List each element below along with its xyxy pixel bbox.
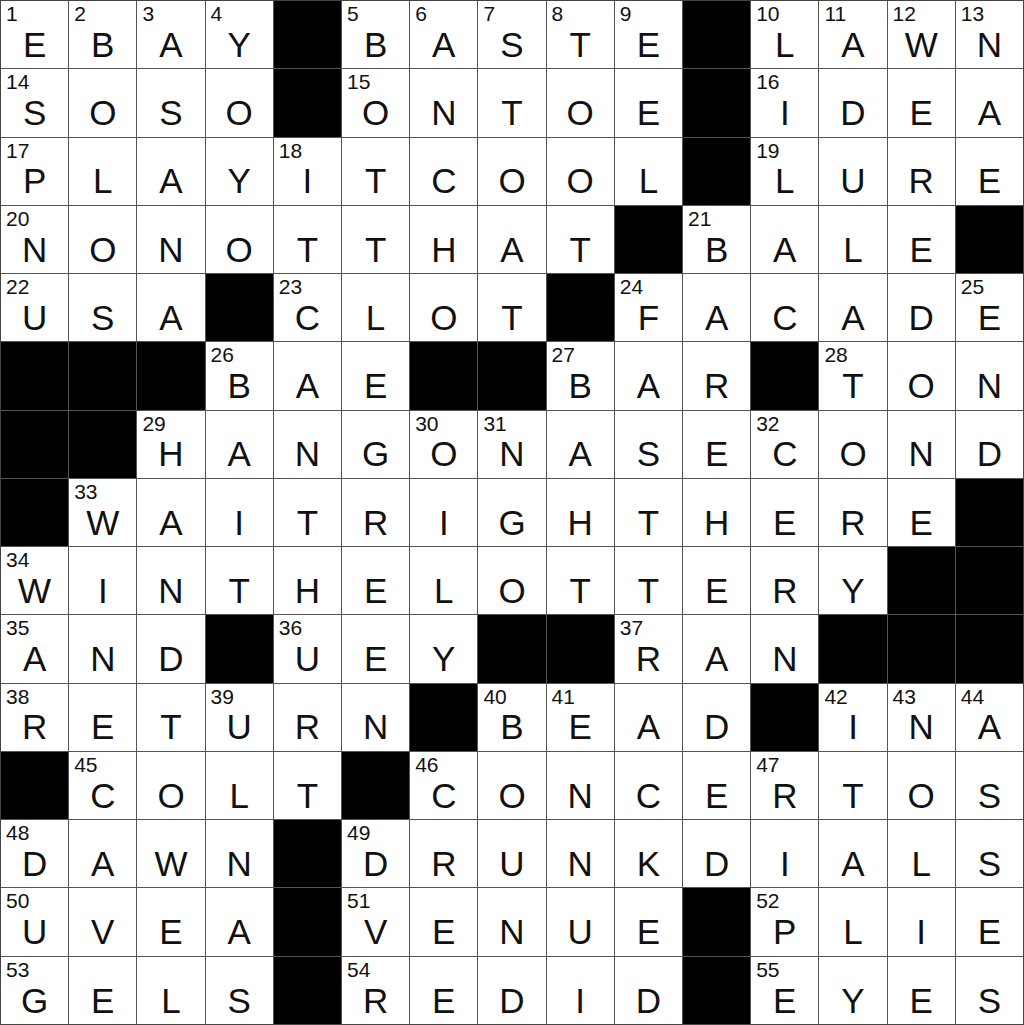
letter-cell[interactable]: A [547, 411, 614, 478]
cell-letter: N [137, 231, 204, 270]
letter-cell[interactable]: R [274, 684, 341, 751]
cell-letter: R [888, 162, 955, 201]
letter-cell[interactable]: 41E [547, 684, 614, 751]
cell-letter: S [206, 982, 273, 1021]
letter-cell[interactable]: N [888, 411, 955, 478]
letter-cell[interactable]: E [69, 957, 136, 1024]
letter-cell[interactable]: 34W [1, 547, 68, 614]
letter-cell[interactable]: E [342, 615, 409, 682]
cell-letter: I [206, 504, 273, 543]
cell-letter: A [206, 913, 273, 952]
letter-cell[interactable]: E [69, 684, 136, 751]
letter-cell[interactable]: 27B [547, 342, 614, 409]
letter-cell[interactable]: E [888, 479, 955, 546]
letter-cell[interactable]: O [69, 69, 136, 136]
letter-cell[interactable]: N [547, 752, 614, 819]
letter-cell[interactable]: R [410, 820, 477, 887]
letter-cell[interactable]: T [206, 547, 273, 614]
cell-letter: O [410, 435, 477, 474]
letter-cell[interactable]: T [478, 274, 545, 341]
letter-cell[interactable]: O [888, 752, 955, 819]
cell-letter: T [274, 504, 341, 543]
letter-cell[interactable]: 18I [274, 138, 341, 205]
letter-cell[interactable]: E [888, 957, 955, 1024]
letter-cell[interactable]: D [956, 411, 1023, 478]
letter-cell[interactable]: O [69, 206, 136, 273]
letter-cell[interactable]: T [478, 69, 545, 136]
letter-cell[interactable]: O [819, 411, 886, 478]
letter-cell[interactable]: O [137, 752, 204, 819]
letter-cell[interactable]: E [410, 957, 477, 1024]
cell-letter: K [615, 845, 682, 884]
letter-cell[interactable]: I [888, 888, 955, 955]
letter-cell[interactable]: D [478, 957, 545, 1024]
cell-letter: U [547, 913, 614, 952]
letter-cell[interactable]: D [683, 684, 750, 751]
letter-cell[interactable]: 26B [206, 342, 273, 409]
letter-cell[interactable]: 35A [1, 615, 68, 682]
clue-number: 23 [279, 276, 302, 298]
cell-letter: D [956, 435, 1023, 474]
letter-cell[interactable]: L [888, 820, 955, 887]
clue-number: 37 [620, 617, 643, 639]
letter-cell[interactable]: A [478, 206, 545, 273]
letter-cell[interactable]: E [956, 888, 1023, 955]
cell-letter: L [342, 299, 409, 338]
letter-cell[interactable]: 30O [410, 411, 477, 478]
letter-cell[interactable]: H [410, 206, 477, 273]
cell-letter: N [956, 26, 1023, 65]
letter-cell[interactable]: 14S [1, 69, 68, 136]
letter-cell[interactable]: T [547, 206, 614, 273]
letter-cell[interactable]: 32C [751, 411, 818, 478]
letter-cell[interactable]: 28T [819, 342, 886, 409]
cell-letter: I [274, 162, 341, 201]
letter-cell[interactable]: L [342, 274, 409, 341]
cell-letter: A [683, 299, 750, 338]
letter-cell[interactable]: D [137, 615, 204, 682]
letter-cell[interactable]: Y [819, 957, 886, 1024]
cell-letter: B [206, 367, 273, 406]
cell-letter: S [615, 435, 682, 474]
letter-cell[interactable]: C [751, 274, 818, 341]
cell-letter: N [1, 231, 68, 270]
letter-cell[interactable]: 20N [1, 206, 68, 273]
letter-cell[interactable]: A [819, 820, 886, 887]
letter-cell[interactable]: 7S [478, 1, 545, 68]
letter-cell[interactable]: E [683, 411, 750, 478]
block-cell [683, 138, 750, 205]
letter-cell[interactable]: S [956, 820, 1023, 887]
letter-cell[interactable]: E [683, 547, 750, 614]
letter-cell[interactable]: 47R [751, 752, 818, 819]
letter-cell[interactable]: U [547, 888, 614, 955]
letter-cell[interactable]: E [410, 888, 477, 955]
letter-cell[interactable]: O [478, 752, 545, 819]
cell-letter: E [547, 708, 614, 747]
letter-cell[interactable]: 22U [1, 274, 68, 341]
clue-number: 52 [756, 890, 779, 912]
cell-letter: O [888, 777, 955, 816]
cell-letter: E [683, 435, 750, 474]
letter-cell[interactable]: 4Y [206, 1, 273, 68]
clue-number: 54 [347, 959, 370, 981]
cell-letter: L [751, 162, 818, 201]
cell-letter: E [888, 231, 955, 270]
letter-cell[interactable]: 10L [751, 1, 818, 68]
cell-letter: U [274, 640, 341, 679]
letter-cell[interactable]: O [478, 138, 545, 205]
letter-cell[interactable]: T [137, 684, 204, 751]
letter-cell[interactable]: 19L [751, 138, 818, 205]
letter-cell[interactable]: L [206, 752, 273, 819]
letter-cell[interactable]: A [615, 342, 682, 409]
letter-cell[interactable]: L [819, 888, 886, 955]
clue-number: 17 [6, 140, 29, 162]
cell-letter: A [819, 299, 886, 338]
block-cell [683, 69, 750, 136]
letter-cell[interactable]: T [274, 752, 341, 819]
letter-cell[interactable]: 6A [410, 1, 477, 68]
letter-cell[interactable]: G [478, 479, 545, 546]
letter-cell[interactable]: L [69, 138, 136, 205]
cell-letter: O [206, 231, 273, 270]
cell-letter: L [819, 913, 886, 952]
letter-cell[interactable]: U [478, 820, 545, 887]
block-cell [956, 547, 1023, 614]
letter-cell[interactable]: Y [819, 547, 886, 614]
letter-cell[interactable]: A [137, 479, 204, 546]
clue-number: 16 [756, 71, 779, 93]
letter-cell[interactable]: 50U [1, 888, 68, 955]
clue-number: 12 [893, 3, 916, 25]
cell-letter: G [342, 435, 409, 474]
letter-cell[interactable]: L [615, 138, 682, 205]
letter-cell[interactable]: T [547, 547, 614, 614]
cell-letter: S [1, 94, 68, 133]
block-cell [274, 1, 341, 68]
letter-cell[interactable]: Y [410, 615, 477, 682]
block-cell [478, 615, 545, 682]
letter-cell[interactable]: A [956, 69, 1023, 136]
letter-cell[interactable]: H [274, 547, 341, 614]
cell-letter: T [206, 572, 273, 611]
letter-cell[interactable]: L [819, 206, 886, 273]
letter-cell[interactable]: T [342, 206, 409, 273]
letter-cell[interactable]: S [956, 957, 1023, 1024]
block-cell [547, 274, 614, 341]
letter-cell[interactable]: D [683, 820, 750, 887]
letter-cell[interactable]: N [410, 69, 477, 136]
letter-cell[interactable]: A [683, 615, 750, 682]
letter-cell[interactable]: 9E [615, 1, 682, 68]
cell-letter: T [547, 231, 614, 270]
letter-cell[interactable]: N [274, 411, 341, 478]
cell-letter: A [69, 845, 136, 884]
block-cell [1, 342, 68, 409]
cell-letter: R [1, 708, 68, 747]
letter-cell[interactable]: C [410, 138, 477, 205]
letter-cell[interactable]: 39U [206, 684, 273, 751]
letter-cell[interactable]: N [956, 342, 1023, 409]
letter-cell[interactable]: S [137, 69, 204, 136]
letter-cell[interactable]: E [615, 69, 682, 136]
letter-cell[interactable]: S [615, 411, 682, 478]
letter-cell[interactable]: T [819, 752, 886, 819]
clue-number: 38 [6, 686, 29, 708]
letter-cell[interactable]: O [888, 342, 955, 409]
letter-cell[interactable]: 5B [342, 1, 409, 68]
letter-cell[interactable]: O [547, 69, 614, 136]
letter-cell[interactable]: 21B [683, 206, 750, 273]
clue-number: 11 [824, 3, 846, 25]
cell-letter: S [137, 94, 204, 133]
letter-cell[interactable]: 15O [342, 69, 409, 136]
letter-cell[interactable]: 16I [751, 69, 818, 136]
cell-letter: L [206, 777, 273, 816]
letter-cell[interactable]: E [137, 888, 204, 955]
cell-letter: O [888, 367, 955, 406]
letter-cell[interactable]: A [274, 342, 341, 409]
letter-cell[interactable]: O [206, 69, 273, 136]
letter-cell[interactable]: E [342, 547, 409, 614]
cell-letter: E [751, 504, 818, 543]
cell-letter: O [69, 94, 136, 133]
letter-cell[interactable]: 49D [342, 820, 409, 887]
cell-letter: N [137, 572, 204, 611]
letter-cell[interactable]: D [615, 957, 682, 1024]
letter-cell[interactable]: N [342, 684, 409, 751]
letter-cell[interactable]: E [615, 888, 682, 955]
letter-cell[interactable]: 11A [819, 1, 886, 68]
letter-cell[interactable]: K [615, 820, 682, 887]
letter-cell[interactable]: 55E [751, 957, 818, 1024]
letter-cell[interactable]: 52P [751, 888, 818, 955]
letter-cell[interactable]: N [206, 820, 273, 887]
letter-cell[interactable]: O [410, 274, 477, 341]
letter-cell[interactable]: 8T [547, 1, 614, 68]
letter-cell[interactable]: 12W [888, 1, 955, 68]
clue-number: 5 [347, 3, 359, 25]
clue-number: 51 [347, 890, 370, 912]
letter-cell[interactable]: R [342, 479, 409, 546]
cell-letter: C [69, 777, 136, 816]
letter-cell[interactable]: R [888, 138, 955, 205]
cell-letter: Y [819, 982, 886, 1021]
letter-cell[interactable]: A [615, 684, 682, 751]
block-cell [1, 411, 68, 478]
letter-cell[interactable]: 33W [69, 479, 136, 546]
letter-cell[interactable]: 38R [1, 684, 68, 751]
letter-cell[interactable]: R [751, 547, 818, 614]
cell-letter: S [956, 777, 1023, 816]
cell-letter: R [274, 708, 341, 747]
letter-cell[interactable]: 13N [956, 1, 1023, 68]
letter-cell[interactable]: 44A [956, 684, 1023, 751]
letter-cell[interactable]: 43N [888, 684, 955, 751]
cell-letter: E [956, 162, 1023, 201]
letter-cell[interactable]: 25E [956, 274, 1023, 341]
cell-letter: H [547, 504, 614, 543]
letter-cell[interactable]: 53G [1, 957, 68, 1024]
letter-cell[interactable]: 51V [342, 888, 409, 955]
letter-cell[interactable]: A [819, 274, 886, 341]
block-cell [274, 888, 341, 955]
letter-cell[interactable]: G [342, 411, 409, 478]
cell-letter: N [956, 367, 1023, 406]
letter-cell[interactable]: I [751, 820, 818, 887]
cell-letter: O [206, 94, 273, 133]
letter-cell[interactable]: S [69, 274, 136, 341]
block-cell [547, 615, 614, 682]
letter-cell[interactable]: N [547, 820, 614, 887]
letter-cell[interactable]: 45C [69, 752, 136, 819]
letter-cell[interactable]: C [615, 752, 682, 819]
letter-cell[interactable]: R [683, 342, 750, 409]
cell-letter: T [615, 504, 682, 543]
clue-number: 39 [211, 686, 234, 708]
letter-cell[interactable]: A [137, 138, 204, 205]
cell-letter: I [751, 94, 818, 133]
letter-cell[interactable]: 48D [1, 820, 68, 887]
letter-cell[interactable]: S [206, 957, 273, 1024]
letter-cell[interactable]: E [956, 138, 1023, 205]
letter-cell[interactable]: I [69, 547, 136, 614]
letter-cell[interactable]: E [342, 342, 409, 409]
clue-number: 34 [6, 549, 29, 571]
letter-cell[interactable]: 46C [410, 752, 477, 819]
letter-cell[interactable]: N [137, 206, 204, 273]
cell-letter: T [615, 572, 682, 611]
cell-letter: N [274, 435, 341, 474]
cell-letter: E [342, 367, 409, 406]
letter-cell[interactable]: 23C [274, 274, 341, 341]
letter-cell[interactable]: A [69, 820, 136, 887]
clue-number: 28 [824, 344, 847, 366]
letter-cell[interactable]: A [206, 888, 273, 955]
cell-letter: A [819, 845, 886, 884]
cell-letter: Y [819, 572, 886, 611]
letter-cell[interactable]: U [819, 138, 886, 205]
cell-letter: V [342, 913, 409, 952]
letter-cell[interactable]: 29H [137, 411, 204, 478]
letter-cell[interactable]: 3A [137, 1, 204, 68]
cell-letter: R [683, 367, 750, 406]
letter-cell[interactable]: 2B [69, 1, 136, 68]
cell-letter: N [751, 640, 818, 679]
letter-cell[interactable]: 54R [342, 957, 409, 1024]
letter-cell[interactable]: T [274, 479, 341, 546]
letter-cell[interactable]: L [137, 957, 204, 1024]
clue-number: 48 [6, 822, 29, 844]
letter-cell[interactable]: N [751, 615, 818, 682]
letter-cell[interactable]: T [615, 547, 682, 614]
letter-cell[interactable]: O [206, 206, 273, 273]
letter-cell[interactable]: E [683, 752, 750, 819]
letter-cell[interactable]: 31N [478, 411, 545, 478]
cell-letter: O [547, 94, 614, 133]
letter-cell[interactable]: D [819, 69, 886, 136]
letter-cell[interactable]: E [751, 479, 818, 546]
cell-letter: R [615, 640, 682, 679]
clue-number: 6 [415, 3, 427, 25]
letter-cell[interactable]: T [342, 138, 409, 205]
letter-cell[interactable]: V [69, 888, 136, 955]
letter-cell[interactable]: T [615, 479, 682, 546]
letter-cell[interactable]: 24F [615, 274, 682, 341]
cell-letter: C [274, 299, 341, 338]
letter-cell[interactable]: 40B [478, 684, 545, 751]
cell-letter: A [751, 231, 818, 270]
letter-cell[interactable]: I [410, 479, 477, 546]
letter-cell[interactable]: W [137, 820, 204, 887]
clue-number: 7 [483, 3, 495, 25]
cell-letter: B [342, 26, 409, 65]
clue-number: 27 [552, 344, 575, 366]
block-cell [888, 547, 955, 614]
block-cell [478, 342, 545, 409]
cell-letter: N [478, 913, 545, 952]
letter-cell[interactable]: I [547, 957, 614, 1024]
cell-letter: O [137, 777, 204, 816]
cell-letter: H [683, 504, 750, 543]
letter-cell[interactable]: N [69, 615, 136, 682]
letter-cell[interactable]: H [683, 479, 750, 546]
letter-cell[interactable]: L [410, 547, 477, 614]
cell-letter: T [819, 367, 886, 406]
letter-cell[interactable]: A [137, 274, 204, 341]
cell-letter: E [69, 708, 136, 747]
cell-letter: U [1, 913, 68, 952]
block-cell [69, 411, 136, 478]
letter-cell[interactable]: 37R [615, 615, 682, 682]
cell-letter: E [956, 913, 1023, 952]
cell-letter: L [615, 162, 682, 201]
letter-cell[interactable]: S [956, 752, 1023, 819]
letter-cell[interactable]: N [137, 547, 204, 614]
letter-cell[interactable]: E [888, 69, 955, 136]
letter-cell[interactable]: O [478, 547, 545, 614]
letter-cell[interactable]: 36U [274, 615, 341, 682]
cell-letter: E [888, 504, 955, 543]
block-cell [956, 479, 1023, 546]
cell-letter: R [410, 845, 477, 884]
letter-cell[interactable]: 17P [1, 138, 68, 205]
cell-letter: C [751, 299, 818, 338]
letter-cell[interactable]: H [547, 479, 614, 546]
letter-cell[interactable]: 1E [1, 1, 68, 68]
letter-cell[interactable]: D [888, 274, 955, 341]
letter-cell[interactable]: T [274, 206, 341, 273]
letter-cell[interactable]: R [819, 479, 886, 546]
cell-letter: N [342, 708, 409, 747]
block-cell [615, 206, 682, 273]
letter-cell[interactable]: A [751, 206, 818, 273]
letter-cell[interactable]: A [683, 274, 750, 341]
letter-cell[interactable]: N [478, 888, 545, 955]
cell-letter: O [478, 572, 545, 611]
cell-letter: A [819, 26, 886, 65]
cell-letter: I [888, 913, 955, 952]
letter-cell[interactable]: Y [206, 138, 273, 205]
letter-cell[interactable]: E [888, 206, 955, 273]
clue-number: 2 [74, 3, 86, 25]
letter-cell[interactable]: I [206, 479, 273, 546]
letter-cell[interactable]: 42I [819, 684, 886, 751]
clue-number: 24 [620, 276, 643, 298]
letter-cell[interactable]: A [206, 411, 273, 478]
letter-cell[interactable]: O [547, 138, 614, 205]
